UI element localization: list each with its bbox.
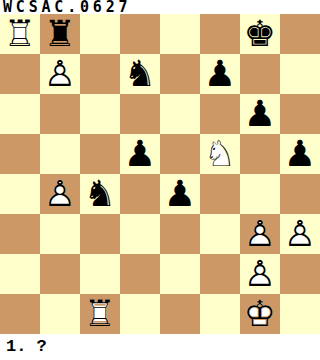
square-c3[interactable]	[80, 214, 120, 254]
piece-black-pawn[interactable]: ♟	[240, 94, 280, 134]
square-a7[interactable]	[0, 54, 40, 94]
square-c6[interactable]	[80, 94, 120, 134]
square-f2[interactable]	[200, 254, 240, 294]
square-e2[interactable]	[160, 254, 200, 294]
square-h3[interactable]: ♟♙	[280, 214, 320, 254]
square-f6[interactable]	[200, 94, 240, 134]
square-b6[interactable]	[40, 94, 80, 134]
piece-black-pawn[interactable]: ♟	[200, 54, 240, 94]
square-a5[interactable]	[0, 134, 40, 174]
piece-black-rook[interactable]: ♜	[40, 14, 80, 54]
square-b1[interactable]	[40, 294, 80, 334]
square-e5[interactable]	[160, 134, 200, 174]
square-a4[interactable]	[0, 174, 40, 214]
square-c4[interactable]: ♞	[80, 174, 120, 214]
square-d8[interactable]	[120, 14, 160, 54]
piece-black-pawn[interactable]: ♟	[280, 134, 320, 174]
piece-white-rook[interactable]: ♖	[0, 14, 40, 54]
square-f3[interactable]	[200, 214, 240, 254]
square-e8[interactable]	[160, 14, 200, 54]
square-d4[interactable]	[120, 174, 160, 214]
square-e1[interactable]	[160, 294, 200, 334]
square-a6[interactable]	[0, 94, 40, 134]
square-e3[interactable]	[160, 214, 200, 254]
piece-black-pawn[interactable]: ♟	[120, 134, 160, 174]
piece-white-pawn[interactable]: ♙	[280, 214, 320, 254]
square-a1[interactable]	[0, 294, 40, 334]
square-h8[interactable]	[280, 14, 320, 54]
square-f7[interactable]: ♟	[200, 54, 240, 94]
square-f5[interactable]: ♞♘	[200, 134, 240, 174]
piece-white-pawn[interactable]: ♙	[40, 174, 80, 214]
square-d2[interactable]	[120, 254, 160, 294]
square-f4[interactable]	[200, 174, 240, 214]
square-d7[interactable]: ♞	[120, 54, 160, 94]
square-e6[interactable]	[160, 94, 200, 134]
square-g1[interactable]: ♚♔	[240, 294, 280, 334]
square-b4[interactable]: ♟♙	[40, 174, 80, 214]
square-a2[interactable]	[0, 254, 40, 294]
puzzle-id: WCSAC.0627	[3, 0, 131, 14]
square-c7[interactable]	[80, 54, 120, 94]
square-e7[interactable]	[160, 54, 200, 94]
square-h1[interactable]	[280, 294, 320, 334]
square-c1[interactable]: ♜♖	[80, 294, 120, 334]
square-g5[interactable]	[240, 134, 280, 174]
piece-black-king[interactable]: ♚	[240, 14, 280, 54]
square-g8[interactable]: ♚	[240, 14, 280, 54]
piece-black-pawn[interactable]: ♟	[160, 174, 200, 214]
square-h6[interactable]	[280, 94, 320, 134]
square-e4[interactable]: ♟	[160, 174, 200, 214]
square-a8[interactable]: ♜♖	[0, 14, 40, 54]
chess-board: ♜♖♜♚♟♙♞♟♟♟♞♘♟♟♙♞♟♟♙♟♙♟♙♜♖♚♔	[0, 14, 320, 334]
square-b5[interactable]	[40, 134, 80, 174]
piece-black-knight[interactable]: ♞	[120, 54, 160, 94]
square-g3[interactable]: ♟♙	[240, 214, 280, 254]
square-d6[interactable]	[120, 94, 160, 134]
square-c8[interactable]	[80, 14, 120, 54]
piece-white-knight[interactable]: ♘	[200, 134, 240, 174]
piece-white-pawn[interactable]: ♙	[240, 214, 280, 254]
piece-black-knight[interactable]: ♞	[80, 174, 120, 214]
square-c5[interactable]	[80, 134, 120, 174]
piece-white-rook[interactable]: ♖	[80, 294, 120, 334]
square-g2[interactable]: ♟♙	[240, 254, 280, 294]
square-h5[interactable]: ♟	[280, 134, 320, 174]
square-b2[interactable]	[40, 254, 80, 294]
square-h7[interactable]	[280, 54, 320, 94]
square-a3[interactable]	[0, 214, 40, 254]
square-d1[interactable]	[120, 294, 160, 334]
square-d3[interactable]	[120, 214, 160, 254]
piece-white-pawn[interactable]: ♙	[40, 54, 80, 94]
square-b3[interactable]	[40, 214, 80, 254]
square-g7[interactable]	[240, 54, 280, 94]
move-prompt: 1. ?	[6, 337, 47, 357]
square-c2[interactable]	[80, 254, 120, 294]
square-g6[interactable]: ♟	[240, 94, 280, 134]
square-h2[interactable]	[280, 254, 320, 294]
piece-white-king[interactable]: ♔	[240, 294, 280, 334]
square-d5[interactable]: ♟	[120, 134, 160, 174]
square-b7[interactable]: ♟♙	[40, 54, 80, 94]
piece-white-pawn[interactable]: ♙	[240, 254, 280, 294]
square-f8[interactable]	[200, 14, 240, 54]
square-b8[interactable]: ♜	[40, 14, 80, 54]
square-f1[interactable]	[200, 294, 240, 334]
square-g4[interactable]	[240, 174, 280, 214]
square-h4[interactable]	[280, 174, 320, 214]
